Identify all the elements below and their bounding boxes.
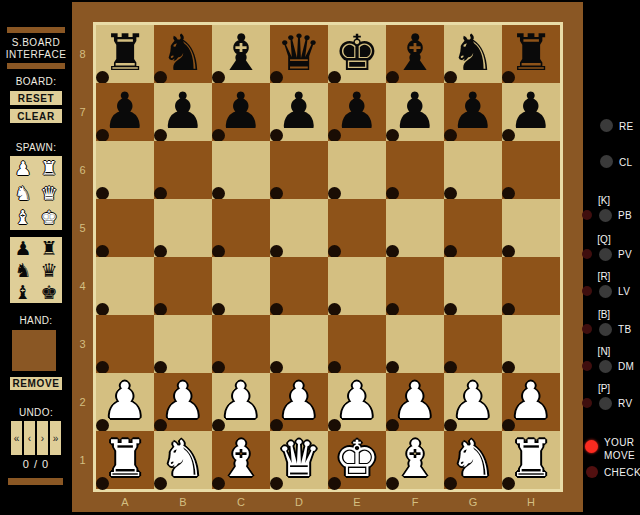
- white-bishop-piece: ♝: [212, 431, 270, 489]
- spawn-white-rook[interactable]: ♜: [36, 156, 62, 181]
- piece-group-label-tb: [B]: [584, 309, 624, 320]
- square-b1[interactable]: ♞: [154, 431, 212, 489]
- square-e2[interactable]: ♟: [328, 373, 386, 431]
- chess-board: 87654321 ABCDEFGH ♜♞♝♛♚♝♞♜♟♟♟♟♟♟♟♟♟♟♟♟♟♟…: [72, 2, 583, 512]
- white-rook-piece: ♜: [502, 431, 560, 489]
- white-rook-icon: ♜: [40, 157, 57, 179]
- square-b7[interactable]: ♟: [154, 83, 212, 141]
- piece-group-label-rv: [P]: [584, 383, 624, 394]
- black-pawn-piece: ♟: [270, 83, 328, 141]
- square-f8[interactable]: ♝: [386, 25, 444, 83]
- square-d7[interactable]: ♟: [270, 83, 328, 141]
- square-e5[interactable]: [328, 199, 386, 257]
- undo-controls: «‹›»: [11, 421, 61, 455]
- square-g8[interactable]: ♞: [444, 25, 502, 83]
- spawn-black-bishop[interactable]: ♝: [10, 281, 36, 303]
- square-b4[interactable]: [154, 257, 212, 315]
- spawn-black-pawn[interactable]: ♟: [10, 237, 36, 259]
- reset-button[interactable]: RESET: [10, 91, 62, 105]
- square-f3[interactable]: [386, 315, 444, 373]
- black-queen-icon: ♛: [40, 259, 57, 281]
- square-h7[interactable]: ♟: [502, 83, 560, 141]
- square-b2[interactable]: ♟: [154, 373, 212, 431]
- square-g7[interactable]: ♟: [444, 83, 502, 141]
- pb-led-label: PB: [618, 210, 632, 221]
- square-d2[interactable]: ♟: [270, 373, 328, 431]
- cl-led: [600, 155, 613, 168]
- piece-group-label-pv: [Q]: [584, 234, 624, 245]
- white-knight-piece: ♞: [154, 431, 212, 489]
- black-pawn-icon: ♟: [14, 237, 31, 259]
- rank-label-1: 1: [72, 454, 93, 466]
- square-b5[interactable]: [154, 199, 212, 257]
- rank-label-5: 5: [72, 222, 93, 234]
- undo-start-button[interactable]: «: [11, 421, 22, 455]
- square-e4[interactable]: [328, 257, 386, 315]
- file-label-b: B: [154, 496, 212, 508]
- remove-button[interactable]: REMOVE: [10, 377, 62, 390]
- pb-led: [599, 209, 612, 222]
- undo-forward-button[interactable]: ›: [37, 421, 48, 455]
- tb-led-label: TB: [618, 324, 632, 335]
- piece-group-label-lv: [R]: [584, 271, 624, 282]
- black-rook-icon: ♜: [40, 237, 57, 259]
- title-divider-bottom: [7, 63, 65, 69]
- black-bishop-icon: ♝: [14, 281, 31, 303]
- square-c3[interactable]: [212, 315, 270, 373]
- square-h3[interactable]: [502, 315, 560, 373]
- rank-label-8: 8: [72, 48, 93, 60]
- re-led-label: RE: [619, 121, 634, 132]
- hand-section-label: HAND:: [0, 315, 72, 326]
- square-g3[interactable]: [444, 315, 502, 373]
- square-a6[interactable]: [96, 141, 154, 199]
- square-a8[interactable]: ♜: [96, 25, 154, 83]
- board-grid: ♜♞♝♛♚♝♞♜♟♟♟♟♟♟♟♟♟♟♟♟♟♟♟♟♜♞♝♛♚♝♞♜: [93, 22, 563, 492]
- white-rook-piece: ♜: [96, 431, 154, 489]
- white-queen-piece: ♛: [270, 431, 328, 489]
- file-label-a: A: [96, 496, 154, 508]
- black-king-piece: ♚: [328, 25, 386, 83]
- white-pawn-piece: ♟: [444, 373, 502, 431]
- pv-led: [599, 248, 612, 261]
- square-h2[interactable]: ♟: [502, 373, 560, 431]
- black-rook-piece: ♜: [502, 25, 560, 83]
- square-dot: [212, 477, 225, 490]
- spawn-black-knight[interactable]: ♞: [10, 259, 36, 281]
- square-g2[interactable]: ♟: [444, 373, 502, 431]
- undo-back-button[interactable]: ‹: [24, 421, 35, 455]
- spawn-black-tray: ♟♜♞♛♝♚: [10, 237, 62, 303]
- lv-led-label: LV: [618, 286, 630, 297]
- square-a7[interactable]: ♟: [96, 83, 154, 141]
- white-pawn-piece: ♟: [212, 373, 270, 431]
- dm-indicator-led: [582, 361, 592, 371]
- square-d5[interactable]: [270, 199, 328, 257]
- black-king-icon: ♚: [40, 281, 57, 303]
- rank-label-4: 4: [72, 280, 93, 292]
- white-pawn-piece: ♟: [154, 373, 212, 431]
- white-pawn-piece: ♟: [502, 373, 560, 431]
- square-a5[interactable]: [96, 199, 154, 257]
- square-h5[interactable]: [502, 199, 560, 257]
- lv-indicator-led: [582, 286, 592, 296]
- square-d3[interactable]: [270, 315, 328, 373]
- black-queen-piece: ♛: [270, 25, 328, 83]
- spawn-section-label: SPAWN:: [0, 142, 72, 153]
- rank-label-2: 2: [72, 396, 93, 408]
- black-pawn-piece: ♟: [386, 83, 444, 141]
- lv-led: [599, 285, 612, 298]
- black-pawn-piece: ♟: [328, 83, 386, 141]
- undo-section-label: UNDO:: [0, 407, 72, 418]
- spawn-white-knight[interactable]: ♞: [10, 181, 36, 206]
- spawn-white-pawn[interactable]: ♟: [10, 156, 36, 181]
- hand-slot[interactable]: [12, 330, 56, 371]
- square-h6[interactable]: [502, 141, 560, 199]
- square-f4[interactable]: [386, 257, 444, 315]
- your-move-led: [585, 440, 598, 453]
- square-a3[interactable]: [96, 315, 154, 373]
- spawn-black-king[interactable]: ♚: [36, 281, 62, 303]
- square-e1[interactable]: ♚: [328, 431, 386, 489]
- spawn-white-bishop[interactable]: ♝: [10, 205, 36, 230]
- file-label-h: H: [502, 496, 560, 508]
- white-pawn-piece: ♟: [96, 373, 154, 431]
- file-label-d: D: [270, 496, 328, 508]
- rv-indicator-led: [582, 398, 592, 408]
- white-king-icon: ♚: [40, 206, 57, 228]
- your-move-label-line1: YOUR: [604, 437, 635, 448]
- chess-board-interface: S.BOARD INTERFACE BOARD: RESET CLEAR SPA…: [0, 0, 640, 515]
- undo-end-button[interactable]: »: [50, 421, 61, 455]
- square-a2[interactable]: ♟: [96, 373, 154, 431]
- tb-led: [599, 323, 612, 336]
- square-dot: [444, 477, 457, 490]
- title-divider-top: [7, 27, 65, 33]
- square-f7[interactable]: ♟: [386, 83, 444, 141]
- file-label-f: F: [386, 496, 444, 508]
- black-pawn-piece: ♟: [502, 83, 560, 141]
- black-rook-piece: ♜: [96, 25, 154, 83]
- square-h8[interactable]: ♜: [502, 25, 560, 83]
- board-section-label: BOARD:: [0, 76, 72, 87]
- square-dot: [328, 477, 341, 490]
- square-g1[interactable]: ♞: [444, 431, 502, 489]
- white-knight-piece: ♞: [444, 431, 502, 489]
- pv-led-label: PV: [618, 249, 632, 260]
- square-g6[interactable]: [444, 141, 502, 199]
- square-h1[interactable]: ♜: [502, 431, 560, 489]
- square-f2[interactable]: ♟: [386, 373, 444, 431]
- square-e8[interactable]: ♚: [328, 25, 386, 83]
- file-label-e: E: [328, 496, 386, 508]
- square-e3[interactable]: [328, 315, 386, 373]
- spawn-white-king[interactable]: ♚: [36, 205, 62, 230]
- undo-counter: 0 / 0: [0, 458, 72, 470]
- square-a1[interactable]: ♜: [96, 431, 154, 489]
- app-title-line1: S.BOARD: [0, 37, 72, 48]
- app-title-line2: INTERFACE: [0, 49, 72, 60]
- re-led: [600, 119, 613, 132]
- tb-indicator-led: [582, 324, 592, 334]
- square-c8[interactable]: ♝: [212, 25, 270, 83]
- piece-group-label-pb: [K]: [584, 195, 624, 206]
- square-b3[interactable]: [154, 315, 212, 373]
- file-label-c: C: [212, 496, 270, 508]
- black-knight-piece: ♞: [154, 25, 212, 83]
- square-f6[interactable]: [386, 141, 444, 199]
- dm-led: [599, 360, 612, 373]
- white-pawn-piece: ♟: [386, 373, 444, 431]
- clear-button[interactable]: CLEAR: [10, 109, 62, 123]
- black-bishop-piece: ♝: [386, 25, 444, 83]
- white-knight-icon: ♞: [14, 182, 31, 204]
- square-f1[interactable]: ♝: [386, 431, 444, 489]
- white-pawn-piece: ♟: [270, 373, 328, 431]
- black-pawn-piece: ♟: [96, 83, 154, 141]
- square-dot: [270, 477, 283, 490]
- sidebar-bottom-bar: [8, 478, 63, 485]
- rank-label-7: 7: [72, 106, 93, 118]
- square-c2[interactable]: ♟: [212, 373, 270, 431]
- pv-indicator-led: [582, 249, 592, 259]
- square-h4[interactable]: [502, 257, 560, 315]
- square-d6[interactable]: [270, 141, 328, 199]
- rv-led: [599, 397, 612, 410]
- black-pawn-piece: ♟: [154, 83, 212, 141]
- square-d4[interactable]: [270, 257, 328, 315]
- square-b8[interactable]: ♞: [154, 25, 212, 83]
- black-knight-icon: ♞: [14, 259, 31, 281]
- black-pawn-piece: ♟: [444, 83, 502, 141]
- white-pawn-icon: ♟: [14, 157, 31, 179]
- cl-led-label: CL: [619, 157, 633, 168]
- square-c4[interactable]: [212, 257, 270, 315]
- square-c6[interactable]: [212, 141, 270, 199]
- rv-led-label: RV: [618, 398, 633, 409]
- square-d8[interactable]: ♛: [270, 25, 328, 83]
- square-a4[interactable]: [96, 257, 154, 315]
- white-pawn-piece: ♟: [328, 373, 386, 431]
- square-c5[interactable]: [212, 199, 270, 257]
- white-bishop-piece: ♝: [386, 431, 444, 489]
- square-g5[interactable]: [444, 199, 502, 257]
- file-label-g: G: [444, 496, 502, 508]
- square-c1[interactable]: ♝: [212, 431, 270, 489]
- rank-label-6: 6: [72, 164, 93, 176]
- black-bishop-piece: ♝: [212, 25, 270, 83]
- square-f5[interactable]: [386, 199, 444, 257]
- square-d1[interactable]: ♛: [270, 431, 328, 489]
- rank-label-3: 3: [72, 338, 93, 350]
- white-queen-icon: ♛: [40, 182, 57, 204]
- square-dot: [96, 477, 109, 490]
- dm-led-label: DM: [618, 361, 634, 372]
- black-pawn-piece: ♟: [212, 83, 270, 141]
- square-dot: [502, 477, 515, 490]
- piece-group-label-dm: [N]: [584, 346, 624, 357]
- spawn-black-queen[interactable]: ♛: [36, 259, 62, 281]
- check-led: [586, 466, 598, 478]
- spawn-black-rook[interactable]: ♜: [36, 237, 62, 259]
- square-dot: [386, 477, 399, 490]
- pb-indicator-led: [582, 210, 592, 220]
- your-move-label-line2: MOVE: [604, 450, 635, 461]
- white-king-piece: ♚: [328, 431, 386, 489]
- square-b6[interactable]: [154, 141, 212, 199]
- spawn-white-tray: ♟♜♞♛♝♚: [10, 156, 62, 230]
- square-c7[interactable]: ♟: [212, 83, 270, 141]
- square-e7[interactable]: ♟: [328, 83, 386, 141]
- white-bishop-icon: ♝: [14, 206, 31, 228]
- square-e6[interactable]: [328, 141, 386, 199]
- spawn-white-queen[interactable]: ♛: [36, 181, 62, 206]
- check-led-label: CHECK: [604, 467, 640, 478]
- square-g4[interactable]: [444, 257, 502, 315]
- black-knight-piece: ♞: [444, 25, 502, 83]
- square-dot: [154, 477, 167, 490]
